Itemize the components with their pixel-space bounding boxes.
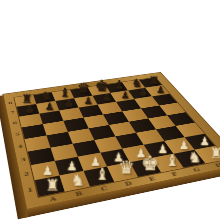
piece-white-king[interactable]: ♚	[140, 154, 158, 174]
file-label-f: F	[170, 171, 179, 178]
piece-black-pawn[interactable]: ♟	[25, 104, 34, 114]
piece-white-queen[interactable]: ♛	[118, 160, 135, 178]
rank-label-7: 7	[10, 110, 15, 114]
piece-white-bishop[interactable]: ♝	[95, 167, 110, 183]
rank-label-4: 4	[17, 143, 23, 149]
rank-label-2: 2	[23, 171, 30, 178]
piece-white-pawn[interactable]: ♟	[199, 136, 209, 147]
rank-label-1: 1	[27, 186, 34, 193]
file-label-a: A	[49, 195, 57, 203]
piece-black-pawn[interactable]: ♟	[45, 102, 54, 112]
chess-set-photo: 87654321 ABCDEFGH ♜♞♝♛♚♝♞♜♟♟♟♟♟♟♟♟♟♟♟♟♟♟…	[0, 0, 220, 220]
file-label-e: E	[147, 175, 156, 182]
chess-board: 87654321 ABCDEFGH ♜♞♝♛♚♝♞♜♟♟♟♟♟♟♟♟♟♟♟♟♟♟…	[2, 72, 220, 210]
file-label-h: H	[213, 162, 220, 169]
file-label-g: G	[191, 166, 201, 173]
piece-white-knight[interactable]: ♞	[187, 150, 200, 165]
piece-black-pawn[interactable]: ♟	[64, 99, 73, 109]
board-tilt: 87654321 ABCDEFGH ♜♞♝♛♚♝♞♜♟♟♟♟♟♟♟♟♟♟♟♟♟♟…	[2, 72, 220, 210]
piece-black-pawn[interactable]: ♟	[156, 85, 164, 94]
square-g6[interactable]	[134, 96, 159, 108]
piece-white-bishop[interactable]: ♝	[165, 153, 179, 169]
piece-black-pawn[interactable]: ♟	[84, 96, 93, 106]
rank-label-5: 5	[15, 131, 21, 136]
rank-label-6: 6	[12, 120, 17, 125]
piece-white-knight[interactable]: ♞	[70, 172, 84, 188]
file-label-b: B	[74, 190, 83, 198]
rank-label-8: 8	[8, 101, 13, 105]
piece-black-pawn[interactable]: ♟	[121, 90, 130, 100]
file-label-c: C	[99, 185, 108, 193]
scene: 87654321 ABCDEFGH ♜♞♝♛♚♝♞♜♟♟♟♟♟♟♟♟♟♟♟♟♟♟…	[0, 0, 220, 220]
piece-black-pawn[interactable]: ♟	[102, 93, 111, 103]
file-label-d: D	[124, 180, 134, 187]
rank-label-3: 3	[20, 156, 26, 162]
piece-white-rook[interactable]: ♜	[209, 146, 220, 161]
square-h6[interactable]	[152, 94, 177, 106]
piece-white-rook[interactable]: ♜	[44, 177, 59, 193]
piece-black-pawn[interactable]: ♟	[139, 88, 147, 97]
